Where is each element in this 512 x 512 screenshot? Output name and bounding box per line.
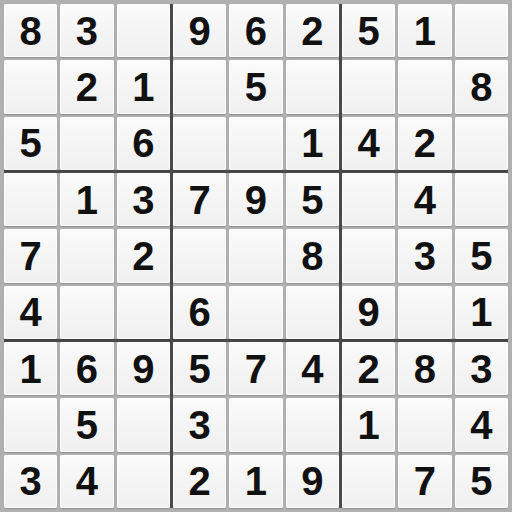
sudoku-box-0: 832156 <box>4 4 170 170</box>
sudoku-board: 8321569625151842137247958643591169534574… <box>0 0 512 512</box>
cell-r1c6[interactable]: 2 <box>286 4 339 57</box>
cell-r4c6[interactable]: 5 <box>286 173 339 226</box>
sudoku-box-2: 51842 <box>342 4 508 170</box>
cell-r7c5[interactable]: 7 <box>229 342 282 395</box>
cell-r6c5[interactable] <box>229 286 282 339</box>
cell-r6c3[interactable] <box>117 286 170 339</box>
cell-r1c7[interactable]: 5 <box>342 4 395 57</box>
sudoku-box-4: 79586 <box>173 173 339 339</box>
cell-r8c8[interactable] <box>398 398 451 451</box>
sudoku-box-7: 5743219 <box>173 342 339 508</box>
cell-r4c4[interactable]: 7 <box>173 173 226 226</box>
cell-r9c5[interactable]: 1 <box>229 455 282 508</box>
cell-r5c6[interactable]: 8 <box>286 229 339 282</box>
cell-r3c6[interactable]: 1 <box>286 117 339 170</box>
cell-r8c9[interactable]: 4 <box>455 398 508 451</box>
cell-r9c8[interactable]: 7 <box>398 455 451 508</box>
cell-r9c4[interactable]: 2 <box>173 455 226 508</box>
cell-r1c4[interactable]: 9 <box>173 4 226 57</box>
cell-r3c3[interactable]: 6 <box>117 117 170 170</box>
cell-r5c5[interactable] <box>229 229 282 282</box>
cell-r2c6[interactable] <box>286 60 339 113</box>
cell-r5c3[interactable]: 2 <box>117 229 170 282</box>
cell-r5c1[interactable]: 7 <box>4 229 57 282</box>
sudoku-box-5: 43591 <box>342 173 508 339</box>
cell-r3c1[interactable]: 5 <box>4 117 57 170</box>
sudoku-boxes-grid: 8321569625151842137247958643591169534574… <box>4 4 508 508</box>
cell-r1c1[interactable]: 8 <box>4 4 57 57</box>
cell-r9c2[interactable]: 4 <box>60 455 113 508</box>
sudoku-box-3: 13724 <box>4 173 170 339</box>
cell-r2c1[interactable] <box>4 60 57 113</box>
cell-r6c4[interactable]: 6 <box>173 286 226 339</box>
cell-r2c3[interactable]: 1 <box>117 60 170 113</box>
cell-r9c1[interactable]: 3 <box>4 455 57 508</box>
cell-r3c5[interactable] <box>229 117 282 170</box>
cell-r3c9[interactable] <box>455 117 508 170</box>
cell-r8c7[interactable]: 1 <box>342 398 395 451</box>
cell-r5c2[interactable] <box>60 229 113 282</box>
cell-r4c8[interactable]: 4 <box>398 173 451 226</box>
sudoku-box-8: 2831475 <box>342 342 508 508</box>
cell-r8c1[interactable] <box>4 398 57 451</box>
cell-r6c7[interactable]: 9 <box>342 286 395 339</box>
cell-r6c2[interactable] <box>60 286 113 339</box>
cell-r7c9[interactable]: 3 <box>455 342 508 395</box>
cell-r8c3[interactable] <box>117 398 170 451</box>
cell-r4c1[interactable] <box>4 173 57 226</box>
cell-r7c6[interactable]: 4 <box>286 342 339 395</box>
cell-r3c4[interactable] <box>173 117 226 170</box>
cell-r7c3[interactable]: 9 <box>117 342 170 395</box>
cell-r8c6[interactable] <box>286 398 339 451</box>
cell-r8c5[interactable] <box>229 398 282 451</box>
cell-r4c2[interactable]: 1 <box>60 173 113 226</box>
cell-r7c8[interactable]: 8 <box>398 342 451 395</box>
cell-r3c8[interactable]: 2 <box>398 117 451 170</box>
sudoku-box-6: 169534 <box>4 342 170 508</box>
cell-r5c4[interactable] <box>173 229 226 282</box>
cell-r9c7[interactable] <box>342 455 395 508</box>
cell-r1c2[interactable]: 3 <box>60 4 113 57</box>
cell-r2c2[interactable]: 2 <box>60 60 113 113</box>
cell-r4c5[interactable]: 9 <box>229 173 282 226</box>
cell-r7c2[interactable]: 6 <box>60 342 113 395</box>
cell-r6c9[interactable]: 1 <box>455 286 508 339</box>
cell-r1c8[interactable]: 1 <box>398 4 451 57</box>
cell-r6c8[interactable] <box>398 286 451 339</box>
cell-r3c2[interactable] <box>60 117 113 170</box>
cell-r5c9[interactable]: 5 <box>455 229 508 282</box>
cell-r7c4[interactable]: 5 <box>173 342 226 395</box>
cell-r4c3[interactable]: 3 <box>117 173 170 226</box>
cell-r9c9[interactable]: 5 <box>455 455 508 508</box>
cell-r5c7[interactable] <box>342 229 395 282</box>
cell-r8c4[interactable]: 3 <box>173 398 226 451</box>
cell-r1c3[interactable] <box>117 4 170 57</box>
cell-r1c9[interactable] <box>455 4 508 57</box>
cell-r2c5[interactable]: 5 <box>229 60 282 113</box>
cell-r6c6[interactable] <box>286 286 339 339</box>
cell-r7c1[interactable]: 1 <box>4 342 57 395</box>
cell-r2c9[interactable]: 8 <box>455 60 508 113</box>
cell-r9c6[interactable]: 9 <box>286 455 339 508</box>
cell-r1c5[interactable]: 6 <box>229 4 282 57</box>
cell-r8c2[interactable]: 5 <box>60 398 113 451</box>
cell-r4c7[interactable] <box>342 173 395 226</box>
cell-r9c3[interactable] <box>117 455 170 508</box>
cell-r6c1[interactable]: 4 <box>4 286 57 339</box>
cell-r2c4[interactable] <box>173 60 226 113</box>
cell-r2c7[interactable] <box>342 60 395 113</box>
cell-r3c7[interactable]: 4 <box>342 117 395 170</box>
cell-r7c7[interactable]: 2 <box>342 342 395 395</box>
cell-r5c8[interactable]: 3 <box>398 229 451 282</box>
sudoku-box-1: 96251 <box>173 4 339 170</box>
cell-r4c9[interactable] <box>455 173 508 226</box>
cell-r2c8[interactable] <box>398 60 451 113</box>
